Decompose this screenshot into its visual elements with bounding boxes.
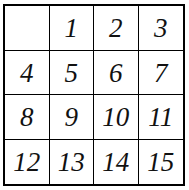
tile-15[interactable]: 15 [139, 140, 184, 185]
tile-14[interactable]: 14 [94, 140, 139, 185]
tile-2[interactable]: 2 [94, 6, 139, 51]
tile-10[interactable]: 10 [94, 95, 139, 140]
tile-11[interactable]: 11 [139, 95, 184, 140]
tile-1[interactable]: 1 [50, 6, 95, 51]
tile-6[interactable]: 6 [94, 51, 139, 96]
blank-cell [5, 6, 50, 51]
tile-13[interactable]: 13 [50, 140, 95, 185]
tile-4[interactable]: 4 [5, 51, 50, 96]
tile-5[interactable]: 5 [50, 51, 95, 96]
puzzle-board: 1 2 3 4 5 6 7 8 9 10 11 12 13 14 15 [3, 4, 185, 186]
tile-12[interactable]: 12 [5, 140, 50, 185]
tile-7[interactable]: 7 [139, 51, 184, 96]
tile-9[interactable]: 9 [50, 95, 95, 140]
fifteen-puzzle-diagram: 1 2 3 4 5 6 7 8 9 10 11 12 13 14 15 [0, 0, 189, 190]
tile-3[interactable]: 3 [139, 6, 184, 51]
tile-8[interactable]: 8 [5, 95, 50, 140]
